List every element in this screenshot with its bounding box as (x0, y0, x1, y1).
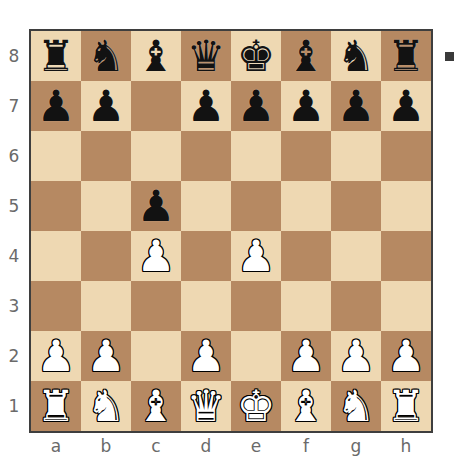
rank-labels: 87654321 (0, 31, 28, 431)
square-d2[interactable]: ♟ (181, 331, 231, 381)
piece-white-bishop[interactable]: ♝ (287, 381, 326, 431)
rank-label-1: 1 (0, 381, 28, 431)
square-c7[interactable] (131, 81, 181, 131)
piece-white-rook[interactable]: ♜ (387, 381, 426, 431)
square-a8[interactable]: ♜ (31, 31, 81, 81)
square-h5[interactable] (381, 181, 431, 231)
square-d6[interactable] (181, 131, 231, 181)
piece-white-bishop[interactable]: ♝ (137, 381, 176, 431)
square-f8[interactable]: ♝ (281, 31, 331, 81)
piece-black-queen[interactable]: ♛ (187, 31, 226, 81)
square-e2[interactable] (231, 331, 281, 381)
square-b3[interactable] (81, 281, 131, 331)
square-h8[interactable]: ♜ (381, 31, 431, 81)
file-label-a: a (31, 434, 81, 458)
rank-label-3: 3 (0, 281, 28, 331)
square-h4[interactable] (381, 231, 431, 281)
square-e4[interactable]: ♟ (231, 231, 281, 281)
file-label-g: g (331, 434, 381, 458)
square-b2[interactable]: ♟ (81, 331, 131, 381)
square-g2[interactable]: ♟ (331, 331, 381, 381)
square-b6[interactable] (81, 131, 131, 181)
square-b4[interactable] (81, 231, 131, 281)
square-f4[interactable] (281, 231, 331, 281)
square-e5[interactable] (231, 181, 281, 231)
square-a5[interactable] (31, 181, 81, 231)
chess-board: ♜♞♝♛♚♝♞♜♟♟♟♟♟♟♟♟♟♟♟♟♟♟♟♟♜♞♝♛♚♝♞♜ (29, 29, 433, 433)
square-g5[interactable] (331, 181, 381, 231)
piece-white-pawn[interactable]: ♟ (287, 331, 326, 381)
square-d5[interactable] (181, 181, 231, 231)
piece-black-pawn[interactable]: ♟ (237, 81, 276, 131)
square-c4[interactable]: ♟ (131, 231, 181, 281)
piece-white-pawn[interactable]: ♟ (237, 231, 276, 281)
square-f6[interactable] (281, 131, 331, 181)
piece-black-rook[interactable]: ♜ (37, 31, 76, 81)
piece-white-rook[interactable]: ♜ (37, 381, 76, 431)
rank-label-7: 7 (0, 81, 28, 131)
piece-white-pawn[interactable]: ♟ (187, 331, 226, 381)
piece-black-pawn[interactable]: ♟ (287, 81, 326, 131)
piece-white-pawn[interactable]: ♟ (387, 331, 426, 381)
square-a6[interactable] (31, 131, 81, 181)
square-b7[interactable]: ♟ (81, 81, 131, 131)
square-g7[interactable]: ♟ (331, 81, 381, 131)
square-a3[interactable] (31, 281, 81, 331)
square-h3[interactable] (381, 281, 431, 331)
rank-label-4: 4 (0, 231, 28, 281)
file-label-f: f (281, 434, 331, 458)
rank-label-5: 5 (0, 181, 28, 231)
square-e8[interactable]: ♚ (231, 31, 281, 81)
piece-black-knight[interactable]: ♞ (87, 31, 126, 81)
piece-white-knight[interactable]: ♞ (337, 381, 376, 431)
square-f5[interactable] (281, 181, 331, 231)
piece-white-pawn[interactable]: ♟ (337, 331, 376, 381)
piece-black-pawn[interactable]: ♟ (37, 81, 76, 131)
square-g4[interactable] (331, 231, 381, 281)
piece-white-queen[interactable]: ♛ (187, 381, 226, 431)
piece-white-knight[interactable]: ♞ (87, 381, 126, 431)
square-b5[interactable] (81, 181, 131, 231)
piece-black-pawn[interactable]: ♟ (137, 181, 176, 231)
piece-black-pawn[interactable]: ♟ (337, 81, 376, 131)
piece-black-knight[interactable]: ♞ (337, 31, 376, 81)
square-b8[interactable]: ♞ (81, 31, 131, 81)
piece-black-pawn[interactable]: ♟ (387, 81, 426, 131)
square-e6[interactable] (231, 131, 281, 181)
turn-indicator-black-to-move (445, 52, 454, 61)
square-g3[interactable] (331, 281, 381, 331)
rank-label-8: 8 (0, 31, 28, 81)
file-label-h: h (381, 434, 431, 458)
file-label-d: d (181, 434, 231, 458)
square-c2[interactable] (131, 331, 181, 381)
file-labels: abcdefgh (31, 434, 431, 458)
square-b1[interactable]: ♞ (81, 381, 131, 431)
square-d7[interactable]: ♟ (181, 81, 231, 131)
square-e3[interactable] (231, 281, 281, 331)
square-h1[interactable]: ♜ (381, 381, 431, 431)
square-g1[interactable]: ♞ (331, 381, 381, 431)
square-f2[interactable]: ♟ (281, 331, 331, 381)
square-c8[interactable]: ♝ (131, 31, 181, 81)
square-f1[interactable]: ♝ (281, 381, 331, 431)
file-label-b: b (81, 434, 131, 458)
square-d1[interactable]: ♛ (181, 381, 231, 431)
rank-label-6: 6 (0, 131, 28, 181)
file-label-e: e (231, 434, 281, 458)
square-c1[interactable]: ♝ (131, 381, 181, 431)
square-c5[interactable]: ♟ (131, 181, 181, 231)
square-h2[interactable]: ♟ (381, 331, 431, 381)
square-a4[interactable] (31, 231, 81, 281)
square-g8[interactable]: ♞ (331, 31, 381, 81)
square-c3[interactable] (131, 281, 181, 331)
piece-black-king[interactable]: ♚ (237, 31, 276, 81)
square-e1[interactable]: ♚ (231, 381, 281, 431)
piece-black-bishop[interactable]: ♝ (287, 31, 326, 81)
square-f3[interactable] (281, 281, 331, 331)
piece-black-rook[interactable]: ♜ (387, 31, 426, 81)
square-g6[interactable] (331, 131, 381, 181)
piece-white-king[interactable]: ♚ (237, 381, 276, 431)
square-f7[interactable]: ♟ (281, 81, 331, 131)
square-d8[interactable]: ♛ (181, 31, 231, 81)
piece-white-pawn[interactable]: ♟ (87, 331, 126, 381)
square-e7[interactable]: ♟ (231, 81, 281, 131)
rank-label-2: 2 (0, 331, 28, 381)
chess-board-panel: 87654321 ♜♞♝♛♚♝♞♜♟♟♟♟♟♟♟♟♟♟♟♟♟♟♟♟♜♞♝♛♚♝♞… (0, 0, 464, 464)
square-a7[interactable]: ♟ (31, 81, 81, 131)
square-d4[interactable] (181, 231, 231, 281)
square-c6[interactable] (131, 131, 181, 181)
square-a1[interactable]: ♜ (31, 381, 81, 431)
square-d3[interactable] (181, 281, 231, 331)
piece-black-pawn[interactable]: ♟ (187, 81, 226, 131)
piece-black-pawn[interactable]: ♟ (87, 81, 126, 131)
square-h6[interactable] (381, 131, 431, 181)
square-a2[interactable]: ♟ (31, 331, 81, 381)
file-label-c: c (131, 434, 181, 458)
piece-white-pawn[interactable]: ♟ (137, 231, 176, 281)
piece-white-pawn[interactable]: ♟ (37, 331, 76, 381)
square-h7[interactable]: ♟ (381, 81, 431, 131)
piece-black-bishop[interactable]: ♝ (137, 31, 176, 81)
